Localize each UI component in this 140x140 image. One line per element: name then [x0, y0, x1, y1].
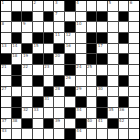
white-cell-r8c8[interactable]	[87, 87, 97, 97]
black-cell-r4c2	[22, 44, 32, 54]
white-cell-r10c3[interactable]: 33	[33, 108, 43, 118]
white-cell-r4c1[interactable]: 14	[12, 44, 22, 54]
clue-number-33: 33	[34, 108, 39, 113]
white-cell-r3c6[interactable]: 12	[65, 33, 75, 43]
white-cell-r6c5[interactable]	[54, 65, 64, 75]
white-cell-r6c3[interactable]	[33, 65, 43, 75]
white-cell-r3c5[interactable]: 11	[54, 33, 64, 43]
crossword-grid: 1234567891011121314151617181920212223242…	[0, 0, 140, 140]
black-cell-r10c1	[12, 108, 22, 118]
white-cell-r12c3[interactable]	[33, 129, 43, 139]
white-cell-r6c4[interactable]: 23	[44, 65, 54, 75]
white-cell-r6c10[interactable]	[108, 65, 118, 75]
white-cell-r0c11[interactable]	[119, 1, 129, 11]
white-cell-r6c2[interactable]: 22	[22, 65, 32, 75]
white-cell-r4c3[interactable]: 15	[33, 44, 43, 54]
black-cell-r11c10	[108, 119, 118, 129]
white-cell-r2c7[interactable]: 10	[76, 22, 86, 32]
white-cell-r12c8[interactable]	[87, 129, 97, 139]
white-cell-r9c4[interactable]: 31	[44, 97, 54, 107]
white-cell-r6c12[interactable]	[129, 65, 139, 75]
white-cell-r0c5[interactable]: 3	[54, 1, 64, 11]
white-cell-r10c8[interactable]	[87, 108, 97, 118]
black-cell-r11c4	[44, 119, 54, 129]
clue-number-21: 21	[2, 65, 7, 70]
black-cell-r3c1	[12, 33, 22, 43]
black-cell-r9c7	[76, 97, 86, 107]
clue-number-10: 10	[76, 22, 81, 27]
clue-number-3: 3	[55, 1, 58, 6]
clue-number-29: 29	[76, 87, 81, 92]
clue-number-20: 20	[55, 54, 60, 59]
white-cell-r12c7[interactable]: 44	[76, 129, 86, 139]
white-cell-r4c10[interactable]	[108, 44, 118, 54]
clue-number-42: 42	[119, 119, 124, 124]
white-cell-r3c12[interactable]	[129, 33, 139, 43]
black-cell-r2c6	[65, 22, 75, 32]
black-cell-r6c6	[65, 65, 75, 75]
white-cell-r12c1[interactable]	[12, 129, 22, 139]
white-cell-r2c10[interactable]	[108, 22, 118, 32]
white-cell-r7c4[interactable]	[44, 76, 54, 86]
clue-number-36: 36	[119, 108, 124, 113]
white-cell-r3c0[interactable]	[1, 33, 11, 43]
clue-number-44: 44	[76, 129, 81, 134]
white-cell-r10c5[interactable]	[54, 108, 64, 118]
white-cell-r5c7[interactable]	[76, 54, 86, 64]
white-cell-r12c2[interactable]	[22, 129, 32, 139]
white-cell-r8c3[interactable]	[33, 87, 43, 97]
white-cell-r1c7[interactable]	[76, 12, 86, 22]
white-cell-r11c8[interactable]: 40	[87, 119, 97, 129]
white-cell-r8c7[interactable]: 29	[76, 87, 86, 97]
white-cell-r9c5[interactable]	[54, 97, 64, 107]
white-cell-r8c12[interactable]	[129, 87, 139, 97]
white-cell-r10c0[interactable]	[1, 108, 11, 118]
black-cell-r3c4	[44, 33, 54, 43]
black-cell-r9c1	[12, 97, 22, 107]
white-cell-r7c7[interactable]	[76, 76, 86, 86]
white-cell-r11c3[interactable]	[33, 119, 43, 129]
black-cell-r1c11	[119, 12, 129, 22]
white-cell-r5c5[interactable]: 20	[54, 54, 64, 64]
clue-number-15: 15	[34, 44, 39, 49]
white-cell-r1c6[interactable]	[65, 12, 75, 22]
clue-number-14: 14	[12, 44, 17, 49]
clue-number-16: 16	[66, 44, 71, 49]
clue-number-28: 28	[55, 87, 60, 92]
black-cell-r1c9	[97, 12, 107, 22]
white-cell-r8c5[interactable]: 28	[54, 87, 64, 97]
white-cell-r0c7[interactable]: 4	[76, 1, 86, 11]
black-cell-r3c8	[87, 33, 97, 43]
white-cell-r2c0[interactable]: 8	[1, 22, 11, 32]
white-cell-r2c12[interactable]	[129, 22, 139, 32]
black-cell-r5c4	[44, 54, 54, 64]
black-cell-r10c6	[65, 108, 75, 118]
black-cell-r7c3	[33, 76, 43, 86]
white-cell-r10c4[interactable]	[44, 108, 54, 118]
clue-number-43: 43	[2, 129, 7, 134]
white-cell-r2c3[interactable]	[33, 22, 43, 32]
white-cell-r6c0[interactable]: 21	[1, 65, 11, 75]
white-cell-r3c7[interactable]	[76, 33, 86, 43]
clue-number-23: 23	[44, 65, 49, 70]
white-cell-r8c1[interactable]	[12, 87, 22, 97]
white-cell-r9c2[interactable]	[22, 97, 32, 107]
black-cell-r8c6	[65, 87, 75, 97]
white-cell-r2c2[interactable]: 9	[22, 22, 32, 32]
white-cell-r7c10[interactable]	[108, 76, 118, 86]
white-cell-r1c0[interactable]	[1, 12, 11, 22]
clue-number-11: 11	[55, 33, 60, 38]
clue-number-41: 41	[98, 119, 103, 124]
black-cell-r7c9	[97, 76, 107, 86]
white-cell-r10c2[interactable]: 32	[22, 108, 32, 118]
white-cell-r4c0[interactable]: 13	[1, 44, 11, 54]
white-cell-r11c11[interactable]: 42	[119, 119, 129, 129]
black-cell-r3c9	[97, 33, 107, 43]
black-cell-r11c7	[76, 119, 86, 129]
clue-number-4: 4	[76, 1, 79, 6]
black-cell-r9c9	[97, 97, 107, 107]
white-cell-r1c10[interactable]	[108, 12, 118, 22]
clue-number-37: 37	[2, 119, 7, 124]
white-cell-r12c11[interactable]	[119, 129, 129, 139]
black-cell-r1c8	[87, 12, 97, 22]
black-cell-r6c1	[12, 65, 22, 75]
black-cell-r3c11	[119, 33, 129, 43]
clue-number-7: 7	[55, 12, 58, 17]
black-cell-r9c11	[119, 97, 129, 107]
white-cell-r9c0[interactable]	[1, 97, 11, 107]
white-cell-r12c0[interactable]: 43	[1, 129, 11, 139]
black-cell-r5c9	[97, 54, 107, 64]
white-cell-r1c5[interactable]: 7	[54, 12, 64, 22]
black-cell-r1c1	[12, 12, 22, 22]
white-cell-r6c11[interactable]	[119, 65, 129, 75]
clue-number-39: 39	[55, 119, 60, 124]
white-cell-r12c9[interactable]	[97, 129, 107, 139]
white-cell-r0c2[interactable]	[22, 1, 32, 11]
clue-number-13: 13	[2, 44, 7, 49]
white-cell-r11c12[interactable]	[129, 119, 139, 129]
white-cell-r0c10[interactable]: 5	[108, 1, 118, 11]
white-cell-r5c12[interactable]	[129, 54, 139, 64]
white-cell-r0c0[interactable]: 1	[1, 1, 11, 11]
white-cell-r4c6[interactable]: 16	[65, 44, 75, 54]
white-cell-r10c12[interactable]	[129, 108, 139, 118]
clue-number-26: 26	[66, 76, 71, 81]
clue-number-2: 2	[34, 1, 37, 6]
white-cell-r8c2[interactable]	[22, 87, 32, 97]
black-cell-r5c6	[65, 54, 75, 64]
clue-number-32: 32	[23, 108, 28, 113]
white-cell-r0c12[interactable]: 6	[129, 1, 139, 11]
white-cell-r10c11[interactable]: 36	[119, 108, 129, 118]
white-cell-r7c6[interactable]: 26	[65, 76, 75, 86]
black-cell-r7c5	[54, 76, 64, 86]
clue-number-18: 18	[12, 54, 17, 59]
clue-number-35: 35	[108, 108, 113, 113]
white-cell-r0c8[interactable]	[87, 1, 97, 11]
white-cell-r4c9[interactable]: 17	[97, 44, 107, 54]
white-cell-r12c4[interactable]	[44, 129, 54, 139]
white-cell-r11c9[interactable]: 41	[97, 119, 107, 129]
black-cell-r12c6	[65, 129, 75, 139]
black-cell-r11c2	[22, 119, 32, 129]
white-cell-r12c5[interactable]	[54, 129, 64, 139]
white-cell-r7c12[interactable]	[129, 76, 139, 86]
white-cell-r2c4[interactable]	[44, 22, 54, 32]
white-cell-r5c1[interactable]: 18	[12, 54, 22, 64]
white-cell-r4c4[interactable]	[44, 44, 54, 54]
clue-number-27: 27	[2, 87, 7, 92]
white-cell-r3c2[interactable]	[22, 33, 32, 43]
white-cell-r2c9[interactable]	[97, 22, 107, 32]
clue-number-31: 31	[44, 97, 49, 102]
black-cell-r4c5	[54, 44, 64, 54]
white-cell-r9c8[interactable]	[87, 97, 97, 107]
white-cell-r6c9[interactable]	[97, 65, 107, 75]
white-cell-r9c12[interactable]	[129, 97, 139, 107]
white-cell-r2c8[interactable]	[87, 22, 97, 32]
black-cell-r3c3	[33, 33, 43, 43]
white-cell-r4c11[interactable]	[119, 44, 129, 54]
white-cell-r5c10[interactable]	[108, 54, 118, 64]
clue-number-40: 40	[87, 119, 92, 124]
clue-number-17: 17	[98, 44, 103, 49]
white-cell-r7c2[interactable]	[22, 76, 32, 86]
white-cell-r11c5[interactable]: 39	[54, 119, 64, 129]
white-cell-r8c10[interactable]	[108, 87, 118, 97]
white-cell-r11c1[interactable]: 38	[12, 119, 22, 129]
black-cell-r4c8	[87, 44, 97, 54]
clue-number-38: 38	[12, 119, 17, 124]
white-cell-r5c2[interactable]: 19	[22, 54, 32, 64]
black-cell-r5c11	[119, 54, 129, 64]
white-cell-r8c0[interactable]: 27	[1, 87, 11, 97]
black-cell-r5c0	[1, 54, 11, 64]
white-cell-r4c7[interactable]	[76, 44, 86, 54]
black-cell-r10c9	[97, 108, 107, 118]
black-cell-r1c2	[22, 12, 32, 22]
white-cell-r1c12[interactable]	[129, 12, 139, 22]
white-cell-r0c4[interactable]	[44, 1, 54, 11]
clue-number-34: 34	[76, 108, 81, 113]
white-cell-r8c11[interactable]	[119, 87, 129, 97]
clue-number-30: 30	[98, 87, 103, 92]
clue-number-1: 1	[2, 1, 5, 6]
clue-number-25: 25	[87, 65, 92, 70]
white-cell-r11c6[interactable]	[65, 119, 75, 129]
white-cell-r3c10[interactable]	[108, 33, 118, 43]
clue-number-12: 12	[66, 33, 71, 38]
white-cell-r10c10[interactable]: 35	[108, 108, 118, 118]
clue-number-22: 22	[23, 65, 28, 70]
white-cell-r0c1[interactable]	[12, 1, 22, 11]
white-cell-r2c5[interactable]	[54, 22, 64, 32]
white-cell-r0c3[interactable]: 2	[33, 1, 43, 11]
white-cell-r9c6[interactable]	[65, 97, 75, 107]
white-cell-r4c12[interactable]	[129, 44, 139, 54]
black-cell-r7c1	[12, 76, 22, 86]
white-cell-r9c10[interactable]	[108, 97, 118, 107]
clue-number-19: 19	[23, 54, 28, 59]
white-cell-r10c7[interactable]: 34	[76, 108, 86, 118]
white-cell-r0c9[interactable]	[97, 1, 107, 11]
white-cell-r12c10[interactable]	[108, 129, 118, 139]
clue-number-6: 6	[130, 1, 133, 6]
white-cell-r1c3[interactable]	[33, 12, 43, 22]
black-cell-r7c11	[119, 76, 129, 86]
white-cell-r12c12[interactable]	[129, 129, 139, 139]
black-cell-r1c4	[44, 12, 54, 22]
white-cell-r2c11[interactable]	[119, 22, 129, 32]
clue-number-8: 8	[2, 22, 5, 27]
black-cell-r0c6	[65, 1, 75, 11]
black-cell-r5c8	[87, 54, 97, 64]
black-cell-r5c3	[33, 54, 43, 64]
white-cell-r7c0[interactable]	[1, 76, 11, 86]
clue-number-5: 5	[108, 1, 111, 6]
black-cell-r9c3	[33, 97, 43, 107]
white-cell-r6c8[interactable]: 25	[87, 65, 97, 75]
white-cell-r11c0[interactable]: 37	[1, 119, 11, 129]
white-cell-r7c8[interactable]	[87, 76, 97, 86]
clue-number-24: 24	[76, 65, 81, 70]
white-cell-r6c7[interactable]: 24	[76, 65, 86, 75]
black-cell-r8c4	[44, 87, 54, 97]
clue-number-9: 9	[23, 22, 26, 27]
white-cell-r2c1[interactable]	[12, 22, 22, 32]
white-cell-r8c9[interactable]: 30	[97, 87, 107, 97]
